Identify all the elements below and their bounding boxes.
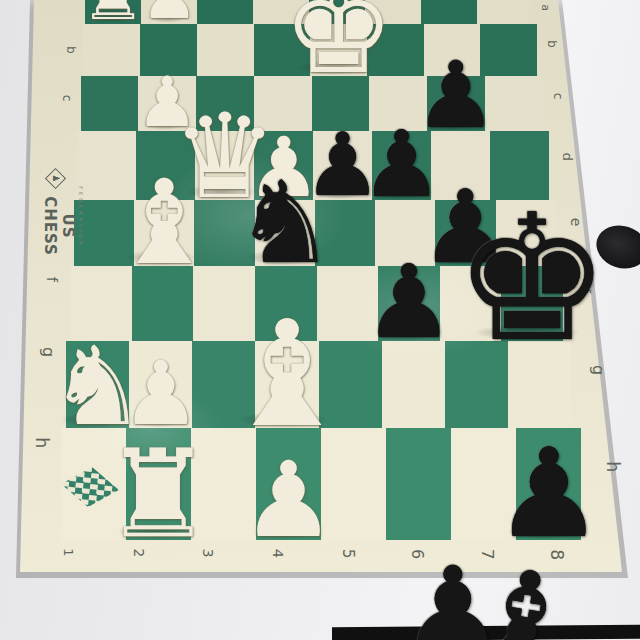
- file-label-left-c: c: [60, 95, 72, 102]
- square-a7[interactable]: [421, 0, 477, 24]
- square-b3[interactable]: [197, 24, 254, 76]
- piece-black-knight-e4[interactable]: ♞: [228, 167, 341, 280]
- table-surface: ♟ US CHESS FEDERATION bcfghabcdefgh12345…: [0, 0, 640, 640]
- file-label-left-f: f: [44, 276, 59, 281]
- piece-white-bishop-e2[interactable]: ♝: [106, 164, 223, 281]
- captured-black-bishop[interactable]: ♝: [451, 546, 597, 640]
- square-c1[interactable]: [81, 76, 139, 131]
- file-label-right-d: d: [561, 152, 574, 160]
- file-label-right-b: b: [545, 40, 557, 47]
- piece-black-king-f8[interactable]: ♚: [445, 192, 620, 367]
- square-a3[interactable]: [197, 0, 253, 24]
- file-label-left-b: b: [64, 46, 76, 53]
- piece-white-rook-h2[interactable]: ♜: [98, 434, 220, 556]
- square-a8[interactable]: [477, 0, 533, 24]
- piece-white-pawn-h4[interactable]: ♟: [236, 448, 340, 552]
- file-label-right-a: a: [539, 4, 550, 11]
- us-chess-logo-title: US CHESS: [41, 181, 77, 271]
- file-label-right-c: c: [552, 93, 564, 100]
- piece-white-bishop-g4[interactable]: ♝: [214, 302, 360, 448]
- piece-white-pawn-a2[interactable]: ♟: [138, 0, 201, 29]
- us-chess-logo-subtitle: FEDERATION: [78, 182, 84, 252]
- rank-label-1: 1: [62, 548, 75, 556]
- square-h6[interactable]: [386, 428, 451, 540]
- rank-label-5: 5: [339, 549, 354, 559]
- piece-white-king-b5[interactable]: ♚: [276, 0, 401, 93]
- piece-black-pawn-h8[interactable]: ♟: [487, 433, 610, 556]
